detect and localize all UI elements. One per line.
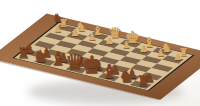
black-knight-b8[interactable]: ♞ (33, 48, 48, 65)
white-pawn-h2[interactable]: ♟ (173, 52, 182, 62)
black-rook-a8[interactable]: ♜ (17, 46, 30, 61)
white-pawn-f2[interactable]: ♟ (139, 44, 148, 54)
white-pawn-c2[interactable]: ♟ (88, 32, 97, 42)
white-pawn-g2[interactable]: ♟ (156, 48, 165, 58)
black-bishop-c8[interactable]: ♝ (49, 49, 67, 69)
white-pawn-d2[interactable]: ♟ (105, 36, 114, 46)
white-pawn-b2[interactable]: ♟ (71, 28, 80, 38)
black-knight-g8[interactable]: ♞ (118, 68, 133, 85)
black-rook-h8[interactable]: ♜ (137, 74, 150, 89)
chess-set-product-photo: ♞♜♞♟♝♟♛♟♚♟♝♟♞♟♟♜♟♟♜♟♟♞♟♝♟♛♟♚♟♝♟♞♜ (0, 0, 200, 106)
black-bishop-f8[interactable]: ♝ (100, 62, 118, 82)
white-pawn-e2[interactable]: ♟ (122, 40, 131, 50)
white-pawn-a2[interactable]: ♟ (54, 24, 63, 34)
